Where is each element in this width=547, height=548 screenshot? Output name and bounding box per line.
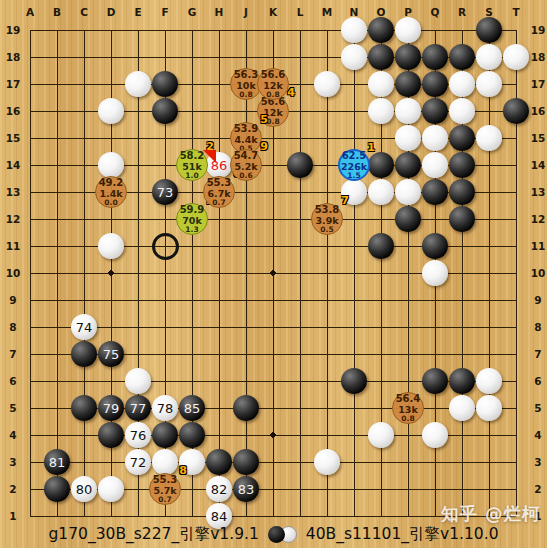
candidate-stat: 0.6 [239,172,252,180]
stone-pair-icon [268,526,297,543]
candidate-stat: 1.0 [185,172,198,180]
candidate-stat: 59.9 [180,205,205,215]
candidate-stat: 0.0 [104,199,117,207]
candidate-stat: 51k [182,162,202,172]
candidate-stat: 1.3 [185,226,198,234]
candidate-move-M12[interactable]: 53.83.9k0.57 [311,203,343,235]
candidate-move-G14[interactable]: 58.251k1.02 [176,149,208,181]
candidate-stat: 1.5 [347,172,360,180]
candidate-move-H13[interactable]: 55.36.7k0.76 [203,176,235,208]
candidate-stat: 56.6 [261,70,286,80]
candidate-move-J14[interactable]: 54.75.2k0.69 [230,149,262,181]
candidate-stat: 0.8 [266,91,279,99]
candidate-rank: 9 [260,141,268,152]
engine-label-left: g170_30B_s227_引擎v1.9.1 [48,524,258,545]
candidate-stat: 0.7 [212,199,225,207]
candidate-rank: 4 [287,87,295,98]
candidate-stat: 5.7k [153,486,176,496]
candidate-stat: 12k [263,81,283,91]
candidate-stat: 0.8 [401,415,414,423]
candidate-stat: 0.8 [239,91,252,99]
candidate-stat: 56.3 [234,70,259,80]
candidate-stat: 0.8 [266,118,279,126]
candidate-stat: 6.7k [207,189,230,199]
candidate-stat: 70k [182,216,202,226]
candidate-stat: 0.5 [320,226,333,234]
candidate-rank: 8 [179,465,187,476]
candidate-stat: 53.8 [315,205,340,215]
candidate-move-K17[interactable]: 56.612k0.8 [257,68,289,100]
candidate-move-G12[interactable]: 59.970k1.33 [176,203,208,235]
candidate-move-F2[interactable]: 55.35.7k0.78 [149,473,181,505]
candidate-stat: 5.2k [234,162,257,172]
open-circle-marker[interactable] [152,233,179,260]
candidate-stat: 56.4 [396,394,421,404]
engine-label-right: 40B_s11101_引擎v1.10.0 [306,524,499,545]
candidate-stat: 3.9k [315,216,338,226]
candidate-stat: 10k [236,81,256,91]
candidate-stat: 13k [398,405,418,415]
go-analysis-screen: ABCDEFGHJKLMNOPQRST191918181717161615151… [0,0,547,548]
candidate-rank: 5 [260,114,268,125]
candidate-rank: 1 [367,142,375,153]
analysis-layer: 62.5226k1.5158.251k1.0259.970k1.3356.612… [0,0,547,548]
candidate-stat: 49.2 [99,178,124,188]
candidate-move-D13[interactable]: 49.21.4k0.0 [95,176,127,208]
candidate-stat: 55.3 [207,178,232,188]
candidate-move-P5[interactable]: 56.413k0.8 [392,392,424,424]
candidate-rank: 7 [341,195,349,206]
candidate-stat: 54.7 [234,151,259,161]
candidate-stat: 0.7 [158,496,171,504]
candidate-stat: 4.4k [234,135,257,145]
watermark: 知乎 @烂柯 [441,502,541,526]
candidate-move-N14[interactable]: 62.5226k1.51 [338,149,370,181]
candidate-stat: 226k [341,162,367,172]
black-stone-icon [268,526,285,543]
candidate-stat: 62.5 [342,151,367,161]
candidate-stat: 1.4k [99,189,122,199]
candidate-stat: 53.9 [234,124,259,134]
candidate-stat: 58.2 [180,151,205,161]
candidate-stat: 55.3 [153,475,178,485]
